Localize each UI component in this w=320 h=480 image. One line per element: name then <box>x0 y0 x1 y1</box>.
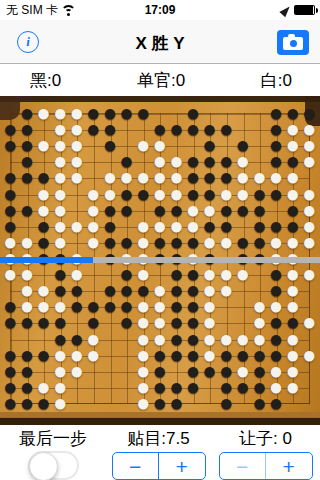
stone-black: ● <box>235 379 252 395</box>
stone-white: ● <box>35 137 52 153</box>
stone-black: ● <box>185 379 202 395</box>
stone-white: ● <box>284 379 301 395</box>
stone-black: ● <box>135 105 152 121</box>
stone-black: ● <box>135 186 152 202</box>
komi-minus-button[interactable]: − <box>113 453 160 479</box>
status-time: 17:09 <box>0 3 320 17</box>
battery-icon <box>294 5 315 15</box>
stone-black: ● <box>218 121 235 137</box>
stone-black: ● <box>185 121 202 137</box>
stone-black: ● <box>2 137 19 153</box>
stone-black: ● <box>2 314 19 330</box>
stone-black: ● <box>19 202 36 218</box>
page-title: X 胜 Y <box>0 32 320 55</box>
board-photo[interactable]: ●●●●●●●●●●●●●●●●●●●●●●●●●●●●●●●●●●●●●●●●… <box>0 96 320 425</box>
stone-white: ● <box>68 169 85 185</box>
stone-white: ● <box>301 234 318 250</box>
stone-black: ● <box>218 395 235 411</box>
stone-white: ● <box>301 314 318 330</box>
handicap-minus-button[interactable]: − <box>220 453 267 479</box>
switch-knob <box>29 452 58 480</box>
stone-white: ● <box>218 282 235 298</box>
stone-black: ● <box>19 395 36 411</box>
stone-white: ● <box>301 266 318 282</box>
handicap-label: 让子: 0 <box>239 429 292 449</box>
stone-black: ● <box>201 363 218 379</box>
go-board[interactable]: ●●●●●●●●●●●●●●●●●●●●●●●●●●●●●●●●●●●●●●●●… <box>2 105 318 404</box>
stone-black: ● <box>19 169 36 185</box>
stone-black: ● <box>151 395 168 411</box>
stone-white: ● <box>2 266 19 282</box>
stone-white: ● <box>35 105 52 121</box>
analysis-progress-fill <box>0 257 93 263</box>
stone-black: ● <box>235 202 252 218</box>
black-score-label: 黑:0 <box>30 69 61 92</box>
stone-black: ● <box>2 395 19 411</box>
stone-white: ● <box>218 234 235 250</box>
camera-button[interactable] <box>277 30 309 55</box>
app-screen: 无 SIM 卡 17:09 i X 胜 Y 黑:0 单官:0 白:0 ●●●●●… <box>0 0 320 480</box>
stone-black: ● <box>118 202 135 218</box>
stone-white: ● <box>85 234 102 250</box>
location-arrow-icon <box>279 3 292 17</box>
handicap-plus-button[interactable]: + <box>266 453 312 479</box>
stone-white: ● <box>68 218 85 234</box>
stone-black: ● <box>118 314 135 330</box>
stone-white: ● <box>135 137 152 153</box>
stone-black: ● <box>68 298 85 314</box>
bottom-toolbar: 最后一步 贴目:7.5 − + 让子: 0 − + <box>0 425 320 480</box>
last-move-label: 最后一步 <box>19 429 87 449</box>
stone-black: ● <box>168 395 185 411</box>
stone-black: ● <box>35 395 52 411</box>
komi-label: 贴目:7.5 <box>127 429 189 449</box>
stone-black: ● <box>85 121 102 137</box>
stone-white: ● <box>301 153 318 169</box>
stone-black: ● <box>168 347 185 363</box>
stone-black: ● <box>118 105 135 121</box>
camera-icon <box>283 37 303 50</box>
stone-black: ● <box>102 137 119 153</box>
stone-white: ● <box>135 395 152 411</box>
table-edge-bottom <box>0 412 320 425</box>
last-move-switch[interactable] <box>28 451 79 480</box>
stone-white: ● <box>235 266 252 282</box>
komi-plus-button[interactable]: + <box>159 453 205 479</box>
score-bar: 黑:0 单官:0 白:0 <box>0 64 320 96</box>
analysis-progress-bar <box>0 257 320 263</box>
stone-black: ● <box>102 298 119 314</box>
status-bar: 无 SIM 卡 17:09 <box>0 0 320 20</box>
nav-bar: i X 胜 Y <box>0 20 320 64</box>
komi-stepper: − + <box>112 452 206 480</box>
handicap-stepper: − + <box>219 452 313 480</box>
stone-white: ● <box>85 347 102 363</box>
stone-black: ● <box>19 314 36 330</box>
stone-black: ● <box>268 395 285 411</box>
stone-white: ● <box>52 395 69 411</box>
stone-white: ● <box>68 363 85 379</box>
neutral-points-label: 单官:0 <box>137 69 185 92</box>
stone-black: ● <box>35 314 52 330</box>
stone-black: ● <box>35 347 52 363</box>
stone-white: ● <box>301 347 318 363</box>
stone-black: ● <box>268 186 285 202</box>
white-score-label: 白:0 <box>261 69 292 92</box>
stone-black: ● <box>168 121 185 137</box>
stone-black: ● <box>251 395 268 411</box>
